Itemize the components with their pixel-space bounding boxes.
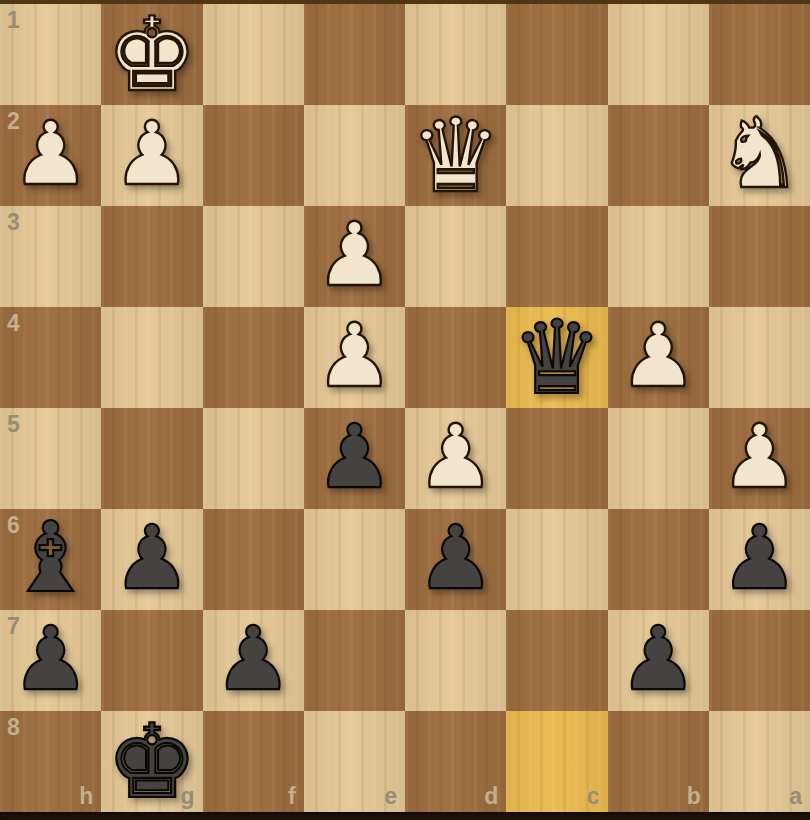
square-c6[interactable]: [506, 509, 607, 610]
square-f6[interactable]: [203, 509, 304, 610]
rank-label-4: 4: [7, 310, 20, 337]
white-pawn[interactable]: ♟: [304, 307, 405, 408]
square-g3[interactable]: [101, 206, 202, 307]
square-b4[interactable]: ♟: [608, 307, 709, 408]
square-f2[interactable]: [203, 105, 304, 206]
square-c5[interactable]: [506, 408, 607, 509]
square-h5[interactable]: 5: [0, 408, 101, 509]
white-pawn[interactable]: ♟: [101, 105, 202, 206]
square-c2[interactable]: [506, 105, 607, 206]
square-f3[interactable]: [203, 206, 304, 307]
board-frame-bottom-edge: [0, 812, 810, 820]
square-b3[interactable]: [608, 206, 709, 307]
square-f8[interactable]: f: [203, 711, 304, 812]
black-bishop[interactable]: ♝: [0, 509, 101, 610]
square-h2[interactable]: 2♟: [0, 105, 101, 206]
square-g7[interactable]: [101, 610, 202, 711]
black-pawn[interactable]: ♟: [709, 509, 810, 610]
square-g8[interactable]: g♚: [101, 711, 202, 812]
square-d8[interactable]: d: [405, 711, 506, 812]
square-d4[interactable]: [405, 307, 506, 408]
rank-label-8: 8: [7, 714, 20, 741]
chess-board: 1♚2♟♟♛♞3♟4♟♛♟5♟♟♟6♝♟♟♟7♟♟♟8hg♚fedcba: [0, 4, 810, 812]
square-b6[interactable]: [608, 509, 709, 610]
square-a6[interactable]: ♟: [709, 509, 810, 610]
square-d5[interactable]: ♟: [405, 408, 506, 509]
square-a3[interactable]: [709, 206, 810, 307]
square-e5[interactable]: ♟: [304, 408, 405, 509]
square-a7[interactable]: [709, 610, 810, 711]
white-pawn[interactable]: ♟: [608, 307, 709, 408]
square-c1[interactable]: [506, 4, 607, 105]
square-g5[interactable]: [101, 408, 202, 509]
black-pawn[interactable]: ♟: [304, 408, 405, 509]
square-c4[interactable]: ♛: [506, 307, 607, 408]
chess-board-frame: 1♚2♟♟♛♞3♟4♟♛♟5♟♟♟6♝♟♟♟7♟♟♟8hg♚fedcba: [0, 0, 810, 820]
square-b5[interactable]: [608, 408, 709, 509]
square-a2[interactable]: ♞: [709, 105, 810, 206]
square-a8[interactable]: a: [709, 711, 810, 812]
square-g2[interactable]: ♟: [101, 105, 202, 206]
square-f7[interactable]: ♟: [203, 610, 304, 711]
rank-label-5: 5: [7, 411, 20, 438]
white-queen[interactable]: ♛: [405, 105, 506, 206]
square-a4[interactable]: [709, 307, 810, 408]
square-g1[interactable]: ♚: [101, 4, 202, 105]
white-pawn[interactable]: ♟: [0, 105, 101, 206]
square-h8[interactable]: 8h: [0, 711, 101, 812]
square-d2[interactable]: ♛: [405, 105, 506, 206]
black-pawn[interactable]: ♟: [101, 509, 202, 610]
square-h3[interactable]: 3: [0, 206, 101, 307]
black-queen[interactable]: ♛: [506, 307, 607, 408]
file-label-f: f: [288, 783, 296, 810]
black-pawn[interactable]: ♟: [203, 610, 304, 711]
square-b7[interactable]: ♟: [608, 610, 709, 711]
square-f5[interactable]: [203, 408, 304, 509]
square-h6[interactable]: 6♝: [0, 509, 101, 610]
black-pawn[interactable]: ♟: [405, 509, 506, 610]
square-h7[interactable]: 7♟: [0, 610, 101, 711]
black-pawn[interactable]: ♟: [608, 610, 709, 711]
file-label-h: h: [79, 783, 93, 810]
square-c8[interactable]: c: [506, 711, 607, 812]
square-g6[interactable]: ♟: [101, 509, 202, 610]
square-d3[interactable]: [405, 206, 506, 307]
square-d7[interactable]: [405, 610, 506, 711]
square-h4[interactable]: 4: [0, 307, 101, 408]
square-f4[interactable]: [203, 307, 304, 408]
square-g4[interactable]: [101, 307, 202, 408]
square-d1[interactable]: [405, 4, 506, 105]
square-b2[interactable]: [608, 105, 709, 206]
file-label-c: c: [587, 783, 600, 810]
square-e3[interactable]: ♟: [304, 206, 405, 307]
file-label-d: d: [484, 783, 498, 810]
square-e4[interactable]: ♟: [304, 307, 405, 408]
file-label-a: a: [789, 783, 802, 810]
white-knight[interactable]: ♞: [709, 105, 810, 206]
file-label-e: e: [384, 783, 397, 810]
square-c3[interactable]: [506, 206, 607, 307]
rank-label-1: 1: [7, 7, 20, 34]
square-a1[interactable]: [709, 4, 810, 105]
square-a5[interactable]: ♟: [709, 408, 810, 509]
rank-label-3: 3: [7, 209, 20, 236]
square-e6[interactable]: [304, 509, 405, 610]
square-d6[interactable]: ♟: [405, 509, 506, 610]
square-f1[interactable]: [203, 4, 304, 105]
black-pawn[interactable]: ♟: [0, 610, 101, 711]
square-h1[interactable]: 1: [0, 4, 101, 105]
square-c7[interactable]: [506, 610, 607, 711]
square-e2[interactable]: [304, 105, 405, 206]
white-pawn[interactable]: ♟: [304, 206, 405, 307]
square-b8[interactable]: b: [608, 711, 709, 812]
white-pawn[interactable]: ♟: [709, 408, 810, 509]
white-pawn[interactable]: ♟: [405, 408, 506, 509]
square-e7[interactable]: [304, 610, 405, 711]
square-e1[interactable]: [304, 4, 405, 105]
square-b1[interactable]: [608, 4, 709, 105]
square-e8[interactable]: e: [304, 711, 405, 812]
black-king[interactable]: ♚: [101, 711, 202, 812]
file-label-b: b: [687, 783, 701, 810]
white-king[interactable]: ♚: [101, 4, 202, 105]
